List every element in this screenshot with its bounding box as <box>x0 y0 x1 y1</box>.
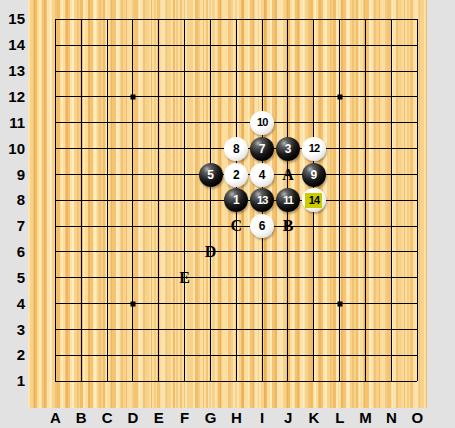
board-cell-L5[interactable] <box>327 265 353 291</box>
stone-black-9: 9 <box>302 163 326 187</box>
row-label-9: 9 <box>0 167 25 183</box>
row-label-6: 6 <box>0 244 25 260</box>
row-label-10: 10 <box>0 141 25 157</box>
board-cell-O2[interactable] <box>404 342 430 368</box>
board-cell-L3[interactable] <box>327 317 353 343</box>
board-cell-H1[interactable] <box>223 368 249 394</box>
board-cell-E8[interactable] <box>146 187 172 213</box>
board-cell-O7[interactable] <box>404 213 430 239</box>
board-cell-H14[interactable] <box>223 32 249 58</box>
board-cell-E5[interactable] <box>146 265 172 291</box>
row-label-11: 11 <box>0 115 25 131</box>
board-cell-C5[interactable] <box>94 265 120 291</box>
board-cell-A11[interactable] <box>42 110 68 136</box>
board-cell-G8[interactable] <box>198 187 224 213</box>
board-cell-L13[interactable] <box>327 58 353 84</box>
board-cell-M2[interactable] <box>353 342 379 368</box>
board-cell-I15[interactable] <box>249 6 275 32</box>
board-cell-A15[interactable] <box>42 6 68 32</box>
board-cell-L2[interactable] <box>327 342 353 368</box>
col-label-G: G <box>198 410 224 426</box>
board-cell-L10[interactable] <box>327 136 353 162</box>
board-cell-D14[interactable] <box>120 32 146 58</box>
board-cell-O1[interactable] <box>404 368 430 394</box>
board-cell-F9[interactable] <box>172 162 198 188</box>
board-cell-L7[interactable] <box>327 213 353 239</box>
board-cell-G13[interactable] <box>198 58 224 84</box>
board-cell-N11[interactable] <box>378 110 404 136</box>
board-cell-F4[interactable] <box>172 291 198 317</box>
board-cell-E14[interactable] <box>146 32 172 58</box>
board-cell-H4[interactable] <box>223 291 249 317</box>
board-cell-I2[interactable] <box>249 342 275 368</box>
stone-black-3: 3 <box>276 137 300 161</box>
board-cell-D8[interactable] <box>120 187 146 213</box>
board-cell-M12[interactable] <box>353 84 379 110</box>
board-cell-N6[interactable] <box>378 239 404 265</box>
board-cell-H2[interactable] <box>223 342 249 368</box>
board-cell-D3[interactable] <box>120 317 146 343</box>
star-point-L12 <box>337 94 342 99</box>
board-cell-N4[interactable] <box>378 291 404 317</box>
board-cell-B9[interactable] <box>68 162 94 188</box>
board-cell-D9[interactable] <box>120 162 146 188</box>
board-cell-B14[interactable] <box>68 32 94 58</box>
stone-black-11: 11 <box>276 188 300 212</box>
board-cell-F14[interactable] <box>172 32 198 58</box>
board-cell-D15[interactable] <box>120 6 146 32</box>
board-cell-F8[interactable] <box>172 187 198 213</box>
col-label-L: L <box>327 410 353 426</box>
board-cell-G11[interactable] <box>198 110 224 136</box>
board-cell-K11[interactable] <box>301 110 327 136</box>
board-cell-F13[interactable] <box>172 58 198 84</box>
board-cell-F7[interactable] <box>172 213 198 239</box>
board-cell-B13[interactable] <box>68 58 94 84</box>
board-cell-K15[interactable] <box>301 6 327 32</box>
board-cell-N1[interactable] <box>378 368 404 394</box>
board-cell-A9[interactable] <box>42 162 68 188</box>
board-cell-M5[interactable] <box>353 265 379 291</box>
board-cell-H12[interactable] <box>223 84 249 110</box>
stone-white-12: 12 <box>302 137 326 161</box>
col-label-D: D <box>120 410 146 426</box>
board-cell-B8[interactable] <box>68 187 94 213</box>
row-label-7: 7 <box>0 218 25 234</box>
stone-white-10: 10 <box>250 111 274 135</box>
board-cell-K2[interactable] <box>301 342 327 368</box>
board-cell-C9[interactable] <box>94 162 120 188</box>
board-cell-A4[interactable] <box>42 291 68 317</box>
stone-white-14: 14 <box>302 188 326 212</box>
board-cell-C4[interactable] <box>94 291 120 317</box>
row-label-3: 3 <box>0 322 25 338</box>
col-label-C: C <box>94 410 120 426</box>
star-point-D12 <box>130 94 135 99</box>
board-cell-B10[interactable] <box>68 136 94 162</box>
board-cell-E12[interactable] <box>146 84 172 110</box>
board-cell-H3[interactable] <box>223 317 249 343</box>
board-cell-O10[interactable] <box>404 136 430 162</box>
board-cell-G4[interactable] <box>198 291 224 317</box>
annotation-letter-E: E <box>179 270 190 286</box>
board-cell-C1[interactable] <box>94 368 120 394</box>
board-cell-M6[interactable] <box>353 239 379 265</box>
board-cell-B5[interactable] <box>68 265 94 291</box>
col-label-B: B <box>68 410 94 426</box>
board-cell-H5[interactable] <box>223 265 249 291</box>
board-cell-B1[interactable] <box>68 368 94 394</box>
board-cell-E15[interactable] <box>146 6 172 32</box>
board-cell-C7[interactable] <box>94 213 120 239</box>
board-cell-J14[interactable] <box>275 32 301 58</box>
board-cell-F10[interactable] <box>172 136 198 162</box>
board-cell-L11[interactable] <box>327 110 353 136</box>
board-cell-O8[interactable] <box>404 187 430 213</box>
board-cell-M8[interactable] <box>353 187 379 213</box>
board-cell-J3[interactable] <box>275 317 301 343</box>
board-cell-J1[interactable] <box>275 368 301 394</box>
board-cell-E9[interactable] <box>146 162 172 188</box>
board-cell-L8[interactable] <box>327 187 353 213</box>
board-cell-O3[interactable] <box>404 317 430 343</box>
board-cell-B4[interactable] <box>68 291 94 317</box>
board-cell-A3[interactable] <box>42 317 68 343</box>
goban-wood-board: 1234567891011121314ABCDE <box>28 0 427 408</box>
board-cell-C2[interactable] <box>94 342 120 368</box>
board-cell-A5[interactable] <box>42 265 68 291</box>
board-cell-K4[interactable] <box>301 291 327 317</box>
star-point-D4 <box>130 301 135 306</box>
board-cell-J15[interactable] <box>275 6 301 32</box>
board-cell-B2[interactable] <box>68 342 94 368</box>
annotation-letter-C: C <box>231 218 243 234</box>
board-cell-M3[interactable] <box>353 317 379 343</box>
board-cell-E7[interactable] <box>146 213 172 239</box>
board-cell-M15[interactable] <box>353 6 379 32</box>
board-cell-O15[interactable] <box>404 6 430 32</box>
board-cell-O13[interactable] <box>404 58 430 84</box>
board-cell-F12[interactable] <box>172 84 198 110</box>
board-cell-J11[interactable] <box>275 110 301 136</box>
board-cell-G10[interactable] <box>198 136 224 162</box>
board-cell-C13[interactable] <box>94 58 120 84</box>
board-cell-C14[interactable] <box>94 32 120 58</box>
board-cell-M11[interactable] <box>353 110 379 136</box>
row-label-4: 4 <box>0 296 25 312</box>
board-cell-M1[interactable] <box>353 368 379 394</box>
board-cell-O11[interactable] <box>404 110 430 136</box>
board-cell-G1[interactable] <box>198 368 224 394</box>
row-label-5: 5 <box>0 270 25 286</box>
board-cell-I6[interactable] <box>249 239 275 265</box>
board-cell-H15[interactable] <box>223 6 249 32</box>
board-cell-D13[interactable] <box>120 58 146 84</box>
board-cell-G5[interactable] <box>198 265 224 291</box>
board-cell-G12[interactable] <box>198 84 224 110</box>
board-cell-H11[interactable] <box>223 110 249 136</box>
stone-black-13: 13 <box>250 188 274 212</box>
board-cell-B7[interactable] <box>68 213 94 239</box>
star-point-L4 <box>337 301 342 306</box>
board-cell-K5[interactable] <box>301 265 327 291</box>
board-cell-J6[interactable] <box>275 239 301 265</box>
board-cell-B11[interactable] <box>68 110 94 136</box>
col-label-A: A <box>42 410 68 426</box>
board-cell-N3[interactable] <box>378 317 404 343</box>
board-cell-N10[interactable] <box>378 136 404 162</box>
board-cell-G7[interactable] <box>198 213 224 239</box>
board-cell-B3[interactable] <box>68 317 94 343</box>
annotation-letter-A: A <box>282 167 294 183</box>
board-cell-E13[interactable] <box>146 58 172 84</box>
board-cell-D7[interactable] <box>120 213 146 239</box>
board-cell-A6[interactable] <box>42 239 68 265</box>
board-cell-J2[interactable] <box>275 342 301 368</box>
row-label-8: 8 <box>0 192 25 208</box>
board-cell-B12[interactable] <box>68 84 94 110</box>
row-label-15: 15 <box>0 11 25 27</box>
board-cell-B15[interactable] <box>68 6 94 32</box>
stone-white-4: 4 <box>250 163 274 187</box>
board-cell-A12[interactable] <box>42 84 68 110</box>
board-cell-A14[interactable] <box>42 32 68 58</box>
board-cell-N9[interactable] <box>378 162 404 188</box>
board-cell-J4[interactable] <box>275 291 301 317</box>
board-cell-G14[interactable] <box>198 32 224 58</box>
board-cell-C3[interactable] <box>94 317 120 343</box>
annotation-letter-D: D <box>205 244 217 260</box>
board-cell-O5[interactable] <box>404 265 430 291</box>
col-label-K: K <box>301 410 327 426</box>
board-cell-K14[interactable] <box>301 32 327 58</box>
board-cell-N15[interactable] <box>378 6 404 32</box>
board-cell-K3[interactable] <box>301 317 327 343</box>
board-cell-E2[interactable] <box>146 342 172 368</box>
board-cell-O12[interactable] <box>404 84 430 110</box>
annotation-letter-B: B <box>283 218 294 234</box>
board-cell-E1[interactable] <box>146 368 172 394</box>
board-cell-N7[interactable] <box>378 213 404 239</box>
board-cell-D10[interactable] <box>120 136 146 162</box>
board-cell-F11[interactable] <box>172 110 198 136</box>
board-cell-D11[interactable] <box>120 110 146 136</box>
board-cell-J12[interactable] <box>275 84 301 110</box>
board-cell-A10[interactable] <box>42 136 68 162</box>
board-cell-K13[interactable] <box>301 58 327 84</box>
row-label-1: 1 <box>0 373 25 389</box>
board-cell-D6[interactable] <box>120 239 146 265</box>
board-cell-F6[interactable] <box>172 239 198 265</box>
board-cell-D2[interactable] <box>120 342 146 368</box>
renju-board-diagram: 1234567891011121314ABCDE 151413121110987… <box>0 0 455 428</box>
board-cell-E3[interactable] <box>146 317 172 343</box>
stone-white-6: 6 <box>250 214 274 238</box>
board-cell-C15[interactable] <box>94 6 120 32</box>
board-cell-L15[interactable] <box>327 6 353 32</box>
board-cell-O14[interactable] <box>404 32 430 58</box>
stone-black-5: 5 <box>199 163 223 187</box>
row-label-12: 12 <box>0 89 25 105</box>
board-cell-C12[interactable] <box>94 84 120 110</box>
board-cell-N8[interactable] <box>378 187 404 213</box>
board-cell-H6[interactable] <box>223 239 249 265</box>
row-label-13: 13 <box>0 63 25 79</box>
board-cell-A2[interactable] <box>42 342 68 368</box>
board-cell-N2[interactable] <box>378 342 404 368</box>
board-cell-I12[interactable] <box>249 84 275 110</box>
board-cell-C8[interactable] <box>94 187 120 213</box>
board-cell-O9[interactable] <box>404 162 430 188</box>
last-move-highlight: 14 <box>305 193 322 208</box>
col-label-E: E <box>146 410 172 426</box>
stone-white-2: 2 <box>224 163 248 187</box>
col-label-J: J <box>275 410 301 426</box>
board-cell-N13[interactable] <box>378 58 404 84</box>
board-cell-C10[interactable] <box>94 136 120 162</box>
board-cell-K7[interactable] <box>301 213 327 239</box>
board-cell-D1[interactable] <box>120 368 146 394</box>
board-cell-A1[interactable] <box>42 368 68 394</box>
board-cell-J5[interactable] <box>275 265 301 291</box>
board-cell-C11[interactable] <box>94 110 120 136</box>
board-cell-I3[interactable] <box>249 317 275 343</box>
board-cell-L14[interactable] <box>327 32 353 58</box>
board-cell-J13[interactable] <box>275 58 301 84</box>
board-cell-K1[interactable] <box>301 368 327 394</box>
board-cell-B6[interactable] <box>68 239 94 265</box>
col-label-F: F <box>172 410 198 426</box>
board-cell-A7[interactable] <box>42 213 68 239</box>
col-label-M: M <box>353 410 379 426</box>
board-cell-F2[interactable] <box>172 342 198 368</box>
board-cell-E10[interactable] <box>146 136 172 162</box>
board-cell-M9[interactable] <box>353 162 379 188</box>
board-cell-N14[interactable] <box>378 32 404 58</box>
col-label-H: H <box>223 410 249 426</box>
board-cell-M4[interactable] <box>353 291 379 317</box>
board-cell-C6[interactable] <box>94 239 120 265</box>
board-cell-I4[interactable] <box>249 291 275 317</box>
board-cell-K6[interactable] <box>301 239 327 265</box>
board-cell-M13[interactable] <box>353 58 379 84</box>
board-cell-D5[interactable] <box>120 265 146 291</box>
stone-white-8: 8 <box>224 137 248 161</box>
board-cell-H13[interactable] <box>223 58 249 84</box>
board-cell-L1[interactable] <box>327 368 353 394</box>
board-cell-G15[interactable] <box>198 6 224 32</box>
board-cell-L6[interactable] <box>327 239 353 265</box>
col-label-N: N <box>378 410 404 426</box>
board-cell-E6[interactable] <box>146 239 172 265</box>
board-cell-G3[interactable] <box>198 317 224 343</box>
board-cell-N5[interactable] <box>378 265 404 291</box>
board-cell-A8[interactable] <box>42 187 68 213</box>
board-cell-O6[interactable] <box>404 239 430 265</box>
board-cell-A13[interactable] <box>42 58 68 84</box>
board-cell-O4[interactable] <box>404 291 430 317</box>
board-cell-M10[interactable] <box>353 136 379 162</box>
board-cell-E11[interactable] <box>146 110 172 136</box>
row-label-2: 2 <box>0 347 25 363</box>
board-cell-F15[interactable] <box>172 6 198 32</box>
stone-black-1: 1 <box>224 188 248 212</box>
board-cell-K12[interactable] <box>301 84 327 110</box>
board-cell-M7[interactable] <box>353 213 379 239</box>
board-cell-I5[interactable] <box>249 265 275 291</box>
board-cell-M14[interactable] <box>353 32 379 58</box>
board-cell-E4[interactable] <box>146 291 172 317</box>
col-label-O: O <box>404 410 430 426</box>
row-label-14: 14 <box>0 37 25 53</box>
board-cell-I1[interactable] <box>249 368 275 394</box>
board-cell-I14[interactable] <box>249 32 275 58</box>
board-cell-I13[interactable] <box>249 58 275 84</box>
col-label-I: I <box>249 410 275 426</box>
board-cell-G2[interactable] <box>198 342 224 368</box>
board-cell-F1[interactable] <box>172 368 198 394</box>
board-cell-F3[interactable] <box>172 317 198 343</box>
board-cell-N12[interactable] <box>378 84 404 110</box>
board-cell-L9[interactable] <box>327 162 353 188</box>
stone-black-7: 7 <box>250 137 274 161</box>
